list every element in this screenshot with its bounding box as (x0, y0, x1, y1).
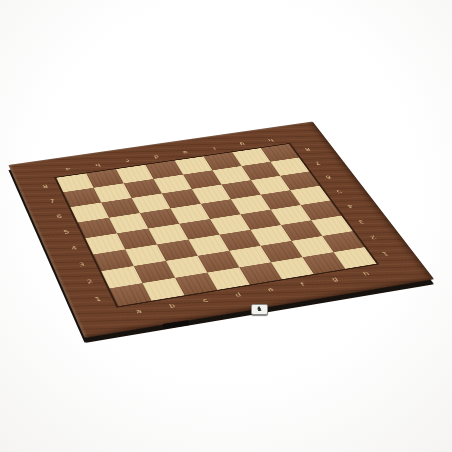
coord-rank-left-1: 1 (89, 296, 108, 304)
coord-file-top-e: e (177, 149, 194, 155)
chessboard: aabbccddeeffgghh8877665544332211 (8, 122, 434, 338)
coord-file-top-g: g (234, 141, 251, 147)
coord-file-bottom-g: g (325, 275, 345, 283)
product-photo-stage: aabbccddeeffgghh8877665544332211 ♞ (0, 0, 452, 452)
coord-rank-right-3: 3 (352, 217, 371, 224)
coord-rank-right-2: 2 (363, 233, 382, 240)
coord-file-top-f: f (205, 145, 222, 151)
coord-rank-right-1: 1 (375, 249, 394, 257)
coord-file-top-d: d (148, 153, 165, 159)
coord-rank-right-5: 5 (330, 188, 348, 195)
coord-rank-left-6: 6 (51, 213, 69, 220)
coord-rank-left-7: 7 (44, 198, 62, 205)
knight-icon: ♞ (256, 306, 262, 313)
coord-rank-right-7: 7 (309, 159, 326, 165)
coord-file-bottom-e: e (261, 286, 281, 294)
coord-rank-left-5: 5 (58, 229, 76, 236)
coord-rank-left-4: 4 (65, 245, 83, 253)
field (56, 144, 376, 306)
coord-rank-right-4: 4 (341, 202, 359, 209)
coord-rank-left-2: 2 (80, 278, 99, 286)
coord-rank-left-3: 3 (73, 261, 92, 269)
coord-file-bottom-b: b (163, 302, 183, 310)
coord-file-bottom-f: f (293, 281, 313, 289)
coord-file-top-c: c (119, 157, 136, 163)
maker-logo-badge: ♞ (251, 304, 268, 315)
coord-rank-left-8: 8 (37, 184, 54, 191)
coord-file-top-b: b (89, 161, 106, 167)
coord-file-bottom-d: d (229, 291, 249, 299)
coord-file-bottom-h: h (357, 270, 377, 278)
coord-file-top-a: a (59, 166, 76, 173)
coord-file-bottom-c: c (196, 297, 216, 305)
coord-rank-right-8: 8 (299, 146, 316, 152)
coord-file-top-h: h (262, 137, 279, 143)
coord-file-bottom-a: a (129, 308, 149, 316)
coord-rank-right-6: 6 (319, 173, 337, 180)
